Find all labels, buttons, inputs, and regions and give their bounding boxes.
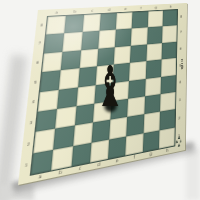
square-a1[interactable]: [31, 149, 53, 174]
file-label: e: [116, 159, 119, 164]
square-d1[interactable]: [90, 139, 109, 162]
rank-label: 2: [27, 142, 31, 147]
square-a7[interactable]: [44, 34, 64, 54]
file-label: f: [140, 6, 141, 9]
file-label: a: [38, 175, 42, 180]
file-label: h: [170, 5, 172, 8]
rank-label: 5: [34, 80, 37, 84]
file-label: g: [149, 152, 152, 157]
square-f1[interactable]: [125, 133, 143, 155]
rank-label: 1: [24, 163, 28, 168]
black-bishop-glyph: ♝: [95, 62, 125, 112]
file-label: g: [155, 6, 157, 9]
chess-pieces-emblem-icon: ♟ ♞♝ ♟: [173, 134, 184, 149]
rank-label: 3: [29, 121, 32, 126]
file-label: c: [78, 166, 81, 171]
square-h5[interactable]: [161, 58, 176, 77]
file-label: a: [55, 10, 58, 14]
file-label: d: [108, 8, 111, 12]
square-h8[interactable]: [162, 10, 177, 27]
square-c1[interactable]: [71, 142, 91, 166]
square-g5[interactable]: [145, 60, 161, 79]
square-g8[interactable]: [147, 11, 162, 28]
square-c8[interactable]: [82, 14, 100, 32]
rank-label: 8: [180, 15, 182, 18]
square-g1[interactable]: [142, 130, 159, 152]
square-c7[interactable]: [81, 31, 100, 50]
square-b7[interactable]: [63, 32, 82, 51]
rank-label: 6: [36, 61, 39, 65]
square-b8[interactable]: [64, 15, 83, 34]
file-label: d: [97, 163, 100, 168]
brand-text: [181, 59, 183, 71]
square-g7[interactable]: [147, 27, 163, 45]
emblem-bottom-piece: ♟: [177, 143, 180, 147]
rank-label: 7: [38, 42, 41, 46]
square-f7[interactable]: [131, 28, 147, 46]
file-label: c: [91, 9, 93, 13]
file-label: b: [73, 10, 76, 14]
square-h7[interactable]: [162, 26, 177, 43]
file-label: b: [59, 170, 63, 175]
rank-label: 6: [179, 47, 181, 51]
square-d7[interactable]: [98, 30, 116, 49]
rank-label: 4: [31, 100, 34, 105]
square-h1[interactable]: [159, 127, 175, 148]
square-b6[interactable]: [61, 50, 81, 70]
file-label: f: [133, 155, 135, 159]
square-a6[interactable]: [42, 52, 63, 73]
rank-label: 8: [40, 23, 43, 27]
chessboard-photo-scene: abcdefgh abcdefgh 87654321 87654321 © ♟ …: [0, 0, 200, 200]
square-a8[interactable]: [46, 16, 66, 35]
square-b1[interactable]: [51, 146, 72, 171]
file-label: h: [166, 149, 169, 153]
square-f8[interactable]: [132, 11, 148, 28]
square-f5[interactable]: [129, 61, 146, 80]
rank-label: 3: [179, 98, 181, 102]
file-label: e: [124, 7, 126, 10]
rank-label: 7: [180, 31, 182, 34]
square-e8[interactable]: [116, 12, 133, 30]
square-e7[interactable]: [115, 29, 132, 47]
square-h6[interactable]: [161, 42, 176, 60]
square-g6[interactable]: [146, 43, 162, 61]
black-bishop-piece[interactable]: ♝: [97, 64, 123, 112]
square-f6[interactable]: [130, 44, 147, 63]
square-e1[interactable]: [108, 136, 126, 159]
rank-label: 2: [178, 116, 180, 120]
square-d8[interactable]: [99, 13, 117, 31]
